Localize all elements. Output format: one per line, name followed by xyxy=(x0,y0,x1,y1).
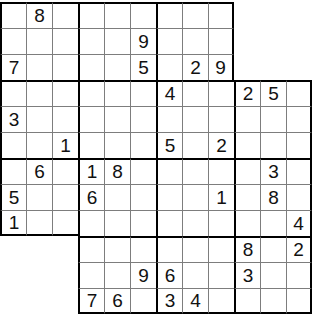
cell-r7c1[interactable] xyxy=(0,158,26,184)
cell-r1c10 xyxy=(234,2,260,28)
cell-r9c3[interactable] xyxy=(52,210,78,236)
cell-r6c2[interactable] xyxy=(26,132,52,158)
cell-r4c3[interactable] xyxy=(52,80,78,106)
cell-r6c1[interactable] xyxy=(0,132,26,158)
given-r12c8[interactable]: 4 xyxy=(182,288,208,314)
cell-r8c3[interactable] xyxy=(52,184,78,210)
cell-r4c2[interactable] xyxy=(26,80,52,106)
given-r4c11[interactable]: 5 xyxy=(260,80,286,106)
cell-r2c1[interactable] xyxy=(0,28,26,54)
cell-r2c4[interactable] xyxy=(78,28,104,54)
given-r7c4[interactable]: 1 xyxy=(78,158,104,184)
given-r9c12[interactable]: 4 xyxy=(286,210,312,236)
cell-r2c7[interactable] xyxy=(156,28,182,54)
cell-r3c10 xyxy=(234,54,260,80)
cell-r9c4[interactable] xyxy=(78,210,104,236)
cell-r4c6[interactable] xyxy=(130,80,156,106)
cell-r3c5[interactable] xyxy=(104,54,130,80)
cell-r2c8[interactable] xyxy=(182,28,208,54)
given-r1c2[interactable]: 8 xyxy=(26,2,52,28)
cell-r12c9[interactable] xyxy=(208,288,234,314)
cell-r10c3 xyxy=(52,236,78,262)
given-r3c9[interactable]: 9 xyxy=(208,54,234,80)
cell-r9c2[interactable] xyxy=(26,210,52,236)
cell-r2c11 xyxy=(260,28,286,54)
cell-r1c11 xyxy=(260,2,286,28)
given-r7c11[interactable]: 3 xyxy=(260,158,286,184)
cell-r5c7[interactable] xyxy=(156,106,182,132)
cell-r7c3[interactable] xyxy=(52,158,78,184)
cell-r8c6[interactable] xyxy=(130,184,156,210)
cell-r4c12[interactable] xyxy=(286,80,312,106)
given-r9c1[interactable]: 1 xyxy=(0,210,26,236)
cell-r9c10[interactable] xyxy=(234,210,260,236)
cell-r10c9[interactable] xyxy=(208,236,234,262)
cell-r6c8[interactable] xyxy=(182,132,208,158)
given-r4c10[interactable]: 2 xyxy=(234,80,260,106)
cell-r6c10[interactable] xyxy=(234,132,260,158)
given-r6c3[interactable]: 1 xyxy=(52,132,78,158)
given-r3c8[interactable]: 2 xyxy=(182,54,208,80)
cell-r11c5[interactable] xyxy=(104,262,130,288)
cell-r7c8[interactable] xyxy=(182,158,208,184)
cell-r10c1 xyxy=(0,236,26,262)
cell-r11c4[interactable] xyxy=(78,262,104,288)
cell-r1c7[interactable] xyxy=(156,2,182,28)
cell-r6c6[interactable] xyxy=(130,132,156,158)
cell-r5c8[interactable] xyxy=(182,106,208,132)
cell-r1c1[interactable] xyxy=(0,2,26,28)
cell-r5c12[interactable] xyxy=(286,106,312,132)
cell-r8c2[interactable] xyxy=(26,184,52,210)
cell-r4c1[interactable] xyxy=(0,80,26,106)
given-r8c11[interactable]: 8 xyxy=(260,184,286,210)
cell-r3c12 xyxy=(286,54,312,80)
sudoku-board: 89752942531526183561814829637634 xyxy=(0,2,312,314)
cell-r2c2[interactable] xyxy=(26,28,52,54)
cell-r11c3 xyxy=(52,262,78,288)
given-r11c10[interactable]: 3 xyxy=(234,262,260,288)
cell-r11c2 xyxy=(26,262,52,288)
cell-r12c3 xyxy=(52,288,78,314)
cell-r5c4[interactable] xyxy=(78,106,104,132)
cell-r7c7[interactable] xyxy=(156,158,182,184)
given-r6c7[interactable]: 5 xyxy=(156,132,182,158)
given-r8c4[interactable]: 6 xyxy=(78,184,104,210)
cell-r9c8[interactable] xyxy=(182,210,208,236)
page: { "game": "overlapping sudoku (Gattai-2 … xyxy=(0,0,312,320)
cell-r1c12 xyxy=(286,2,312,28)
cell-r12c1 xyxy=(0,288,26,314)
given-r11c6[interactable]: 9 xyxy=(130,262,156,288)
given-r7c5[interactable]: 8 xyxy=(104,158,130,184)
cell-r11c1 xyxy=(0,262,26,288)
given-r12c5[interactable]: 6 xyxy=(104,288,130,314)
cell-r12c12[interactable] xyxy=(286,288,312,314)
given-r4c7[interactable]: 4 xyxy=(156,80,182,106)
cell-r10c6[interactable] xyxy=(130,236,156,262)
cell-r4c8[interactable] xyxy=(182,80,208,106)
cell-r5c11[interactable] xyxy=(260,106,286,132)
cell-r10c7[interactable] xyxy=(156,236,182,262)
cell-r9c5[interactable] xyxy=(104,210,130,236)
cell-r5c6[interactable] xyxy=(130,106,156,132)
cell-r1c6[interactable] xyxy=(130,2,156,28)
cell-r4c5[interactable] xyxy=(104,80,130,106)
cell-r3c4[interactable] xyxy=(78,54,104,80)
cell-r1c4[interactable] xyxy=(78,2,104,28)
cell-r12c6[interactable] xyxy=(130,288,156,314)
cell-r5c9[interactable] xyxy=(208,106,234,132)
cell-r9c9[interactable] xyxy=(208,210,234,236)
cell-r10c2 xyxy=(26,236,52,262)
cell-r3c2[interactable] xyxy=(26,54,52,80)
cell-r1c8[interactable] xyxy=(182,2,208,28)
cell-r8c12[interactable] xyxy=(286,184,312,210)
cell-r3c3[interactable] xyxy=(52,54,78,80)
cell-r5c5[interactable] xyxy=(104,106,130,132)
given-r7c2[interactable]: 6 xyxy=(26,158,52,184)
cell-r7c6[interactable] xyxy=(130,158,156,184)
cell-r1c3[interactable] xyxy=(52,2,78,28)
cell-r3c11 xyxy=(260,54,286,80)
cell-r7c10[interactable] xyxy=(234,158,260,184)
given-r12c4[interactable]: 7 xyxy=(78,288,104,314)
given-r5c1[interactable]: 3 xyxy=(0,106,26,132)
cell-r7c9[interactable] xyxy=(208,158,234,184)
cell-r4c9[interactable] xyxy=(208,80,234,106)
cell-r8c10[interactable] xyxy=(234,184,260,210)
given-r6c9[interactable]: 2 xyxy=(208,132,234,158)
cell-r11c11[interactable] xyxy=(260,262,286,288)
cell-r10c4[interactable] xyxy=(78,236,104,262)
cell-r2c5[interactable] xyxy=(104,28,130,54)
given-r8c9[interactable]: 1 xyxy=(208,184,234,210)
cell-r12c2 xyxy=(26,288,52,314)
given-r12c7[interactable]: 3 xyxy=(156,288,182,314)
cell-r10c5[interactable] xyxy=(104,236,130,262)
given-r11c7[interactable]: 6 xyxy=(156,262,182,288)
cell-r1c5[interactable] xyxy=(104,2,130,28)
cell-r2c3[interactable] xyxy=(52,28,78,54)
cell-r8c7[interactable] xyxy=(156,184,182,210)
cell-r11c8[interactable] xyxy=(182,262,208,288)
cell-r12c10[interactable] xyxy=(234,288,260,314)
cell-r7c12[interactable] xyxy=(286,158,312,184)
given-r10c12[interactable]: 2 xyxy=(286,236,312,262)
cell-r2c12 xyxy=(286,28,312,54)
given-r3c1[interactable]: 7 xyxy=(0,54,26,80)
cell-r5c2[interactable] xyxy=(26,106,52,132)
given-r3c6[interactable]: 5 xyxy=(130,54,156,80)
cell-r10c11[interactable] xyxy=(260,236,286,262)
cell-r9c6[interactable] xyxy=(130,210,156,236)
cell-r5c10[interactable] xyxy=(234,106,260,132)
cell-r2c10 xyxy=(234,28,260,54)
cell-r12c11[interactable] xyxy=(260,288,286,314)
given-r10c10[interactable]: 8 xyxy=(234,236,260,262)
cell-r11c9[interactable] xyxy=(208,262,234,288)
cell-r9c11[interactable] xyxy=(260,210,286,236)
cell-r1c9[interactable] xyxy=(208,2,234,28)
cell-r11c12[interactable] xyxy=(286,262,312,288)
cell-r10c8[interactable] xyxy=(182,236,208,262)
cell-r8c8[interactable] xyxy=(182,184,208,210)
cell-r6c12[interactable] xyxy=(286,132,312,158)
cell-r6c11[interactable] xyxy=(260,132,286,158)
cell-r5c3[interactable] xyxy=(52,106,78,132)
cell-r6c4[interactable] xyxy=(78,132,104,158)
given-r2c6[interactable]: 9 xyxy=(130,28,156,54)
cell-r9c7[interactable] xyxy=(156,210,182,236)
given-r8c1[interactable]: 5 xyxy=(0,184,26,210)
cell-r8c5[interactable] xyxy=(104,184,130,210)
cell-r6c5[interactable] xyxy=(104,132,130,158)
cell-r3c7[interactable] xyxy=(156,54,182,80)
cell-r4c4[interactable] xyxy=(78,80,104,106)
cell-r2c9[interactable] xyxy=(208,28,234,54)
